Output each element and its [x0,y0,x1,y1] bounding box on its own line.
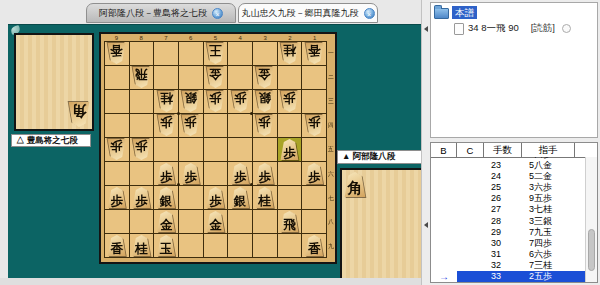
shogi-piece-sente-飛: 飛 [280,211,299,232]
tab-label: 丸山忠久九段－郷田真隆九段 [242,7,359,20]
board-cell: 飛 [130,66,154,89]
piece-kanji: 歩 [206,187,225,208]
move-text: 6六歩 [522,249,585,260]
column-header-filler [575,143,597,157]
move-number: 28 [484,216,522,227]
board-cell [228,42,252,65]
shogi-piece-sente-金: 金 [157,211,176,232]
rank-label: 九 [327,235,334,257]
board-cell [302,138,326,161]
shogi-piece-gote-歩: 歩 [305,115,324,136]
piece-kanji: 歩 [206,91,225,112]
board-cell [179,42,203,65]
piece-kanji: 歩 [181,115,200,136]
board-cell: 歩 [179,114,203,137]
move-row[interactable]: 269五歩 [431,193,585,204]
comment-cell [457,171,484,182]
board-cell: 歩 [179,162,203,185]
board-cell [278,66,302,89]
tab-bar: 阿部隆八段－豊島将之七段 × 丸山忠久九段－郷田真隆九段 × [0,0,421,24]
piece-kanji: 歩 [231,91,250,112]
board-cell [204,114,228,137]
tab-close-icon[interactable]: × [212,8,223,19]
right-panel: 本譜 34 8一飛 90 [読筋] BC手数指手 229四歩235八金245二金… [421,0,600,285]
shogi-piece-sente-金: 金 [206,211,225,232]
piece-kanji: 角 [68,102,90,127]
shogi-piece-gote-歩: 歩 [206,91,225,112]
board-cell [228,210,252,233]
shogi-piece-gote-桂: 桂 [280,43,299,64]
comment-cell [457,238,484,249]
board-cell [278,114,302,137]
document-icon [454,23,464,35]
comment-cell [457,182,484,193]
comment-cell [457,204,484,215]
shogi-piece-gote-王: 王 [206,43,225,64]
move-text: 5二金 [522,171,585,182]
piece-kanji: 飛 [132,67,151,88]
board-cell [130,114,154,137]
piece-kanji: 歩 [305,163,324,184]
comment-cell [457,193,484,204]
shogi-piece-sente-歩: 歩 [132,187,151,208]
bookmark-cell [431,249,457,260]
comment-cell [457,216,484,227]
board-cell: 銀 [253,90,277,113]
shogi-piece-sente-歩: 歩 [157,163,176,184]
move-number: 24 [484,171,522,182]
file-label: 7 [154,34,179,41]
move-number: 30 [484,238,522,249]
rank-label: 五 [327,139,334,161]
rank-label: 六 [327,163,334,185]
board-cell [253,210,277,233]
move-text: 5八金 [522,160,585,171]
file-label: 6 [178,34,203,41]
shogi-piece-gote-歩: 歩 [280,91,299,112]
piece-kanji: 歩 [305,115,324,136]
board-cell [204,162,228,185]
rank-label: 三 [327,90,334,112]
move-number: 33 [484,271,522,282]
board-cell [204,138,228,161]
move-row[interactable]: 297九玉 [431,227,585,238]
piece-kanji: 飛 [280,211,299,232]
move-text: 3六歩 [522,182,585,193]
shogi-piece-sente-歩: 歩 [181,163,200,184]
file-label: 8 [129,34,154,41]
piece-kanji: 桂 [280,43,299,64]
bookmark-cell [431,238,457,249]
board-cell [154,66,178,89]
file-label: 4 [228,34,253,41]
board-cell [105,90,129,113]
board-cell [228,234,252,257]
board-cell: 桂 [130,234,154,257]
board-cell: 歩 [204,90,228,113]
kifu-viewer-window: 阿部隆八段－豊島将之七段 × 丸山忠久九段－郷田真隆九段 × 角 △ 豊島将之七… [0,0,600,285]
shogi-piece-gote-銀: 銀 [255,91,274,112]
current-move-arrow-cell: → [431,271,457,282]
piece-kanji: 歩 [107,139,126,160]
piece-kanji: 香 [107,235,126,256]
gote-captured-stand: 角 [14,33,94,131]
piece-kanji: 歩 [280,91,299,112]
board-cell [253,42,277,65]
shogi-piece-sente-玉: 玉 [157,235,176,256]
move-number: 23 [484,160,522,171]
move-list-table: BC手数指手 229四歩235八金245二金253六歩269五歩273七桂283… [430,142,598,283]
move-text: 9五歩 [522,193,585,204]
piece-kanji: 歩 [132,187,151,208]
piece-kanji: 桂 [157,91,176,112]
piece-kanji: 歩 [280,139,299,160]
column-header-C: C [457,143,484,157]
shogi-piece-sente-歩: 歩 [231,163,250,184]
bookmark-cell [431,204,457,215]
move-row[interactable]: 253六歩 [431,182,585,193]
board-cell [228,114,252,137]
file-label: 2 [277,34,302,41]
shogi-piece-gote-金: 金 [255,67,274,88]
tree-root-row[interactable]: 本譜 [434,6,595,19]
bookmark-cell [431,160,457,171]
shogi-piece-sente-香: 香 [107,235,126,256]
board-cell-last-move: 歩 [278,138,302,161]
rank-label: 一 [327,42,334,64]
move-text: 7四歩 [522,238,585,249]
shogi-piece-gote-歩: 歩 [181,115,200,136]
shogi-piece-sente-歩: 歩 [107,187,126,208]
shogi-piece-sente-銀: 銀 [157,187,176,208]
bottom-strip [0,278,421,285]
variation-tree: 本譜 34 8一飛 90 [読筋] [430,2,598,138]
board-cell [278,234,302,257]
board-cell [154,138,178,161]
yomisuji-badge: [読筋] [531,22,555,35]
move-text: 3七桂 [522,204,585,215]
piece-kanji: 歩 [107,187,126,208]
shogi-piece-gote-銀: 銀 [181,91,200,112]
piece-kanji: 金 [255,67,274,88]
piece-kanji: 金 [206,67,225,88]
board-cell: 金 [204,210,228,233]
comment-cell [457,271,484,282]
sente-player-label: ▲ 阿部隆八段 [337,150,424,164]
move-number: 26 [484,193,522,204]
move-number: 31 [484,249,522,260]
board-cell [179,66,203,89]
board-cell [179,186,203,209]
move-row[interactable]: 273七桂 [431,204,585,215]
rank-coordinates: 一二三四五六七八九 [327,41,335,258]
board-cell: 桂 [278,42,302,65]
piece-kanji: 歩 [231,163,250,184]
board-cell: 銀 [228,186,252,209]
tab-maruyama-goda[interactable]: 丸山忠久九段－郷田真隆九段 × [238,3,378,23]
board-cell: 金 [253,66,277,89]
shogi-piece-sente-銀: 銀 [231,187,250,208]
board-cell [302,210,326,233]
shogi-piece-sente-香: 香 [305,235,324,256]
board-cell [253,138,277,161]
shogi-piece-gote-香: 香 [305,43,324,64]
board-cell: 金 [154,210,178,233]
move-text: 7三桂 [522,260,585,271]
piece-kanji: 桂 [255,187,274,208]
comment-cell [457,260,484,271]
board-cell: 歩 [105,186,129,209]
shogi-piece-gote-桂: 桂 [157,91,176,112]
piece-kanji: 歩 [255,115,274,136]
board-cell: 歩 [130,138,154,161]
move-row[interactable]: 245二金 [431,171,585,182]
shogi-piece-gote-金: 金 [206,67,225,88]
file-label: 1 [302,34,327,41]
bookmark-cell [431,193,457,204]
board-cell: 飛 [278,210,302,233]
board-cell [278,186,302,209]
hand-anchor: 角 [344,172,366,197]
board-cell [278,162,302,185]
tab-label: 阿部隆八段－豊島将之七段 [99,7,207,20]
bookmark-cell [431,171,457,182]
board-cell: 歩 [105,138,129,161]
rank-label: 四 [327,115,334,137]
comment-cell [457,249,484,260]
file-label: 3 [253,34,278,41]
move-list-body: 229四歩235八金245二金253六歩269五歩273七桂283三銀297九玉… [431,157,585,282]
board-cell [130,162,154,185]
rank-label: 七 [327,187,334,209]
move-number: 27 [484,204,522,215]
piece-kanji: 王 [206,43,225,64]
current-move-arrow-icon: → [439,271,449,282]
piece-kanji: 角 [344,172,366,197]
board-cell: 香 [302,42,326,65]
move-number: 25 [484,182,522,193]
board-grid: 香王桂香飛金金桂銀歩歩銀歩歩歩歩歩歩歩歩歩歩歩歩歩歩歩銀歩銀桂金金飛香桂玉香 [104,41,327,258]
hoshi-dot [177,112,180,115]
move-row[interactable]: 307四歩 [431,238,585,249]
piece-kanji: 香 [305,235,324,256]
board-cell [179,138,203,161]
board-cell [302,90,326,113]
board-cell: 歩 [228,162,252,185]
piece-kanji: 歩 [132,139,151,160]
board-cell: 歩 [302,162,326,185]
comment-cell [457,227,484,238]
shogi-piece-sente-歩: 歩 [280,139,299,160]
shogi-piece-sente-桂: 桂 [132,235,151,256]
board-cell: 銀 [154,186,178,209]
board-cell: 玉 [154,234,178,257]
move-list-scrollbar[interactable] [585,157,597,282]
board-cell [105,162,129,185]
board-cell [302,186,326,209]
board-cell: 桂 [253,186,277,209]
file-coordinates: 987654321 [104,34,327,41]
shogi-piece-sente-歩: 歩 [255,163,274,184]
comment-cell [457,160,484,171]
board-cell [130,90,154,113]
board-cell: 香 [105,42,129,65]
board-cell: 歩 [302,114,326,137]
piece-kanji: 香 [305,43,324,64]
move-number: 32 [484,260,522,271]
scrollbar-thumb[interactable] [588,229,595,271]
bookmark-cell [431,216,457,227]
shogi-piece-gote-歩: 歩 [132,139,151,160]
piece-kanji: 銀 [255,91,274,112]
board-cell: 歩 [154,114,178,137]
board-area: 角 △ 豊島将之七段 987654321 一二三四五六七八九 香王桂香飛金金桂銀… [8,24,421,279]
board-cell [130,42,154,65]
board-cell: 桂 [154,90,178,113]
shogi-piece-sente-歩: 歩 [305,163,324,184]
piece-kanji: 金 [206,211,225,232]
tab-close-icon[interactable]: × [364,8,375,19]
piece-kanji: 歩 [181,163,200,184]
board-cell: 歩 [204,186,228,209]
board-cell: 金 [204,66,228,89]
shogi-piece-gote-歩: 歩 [107,139,126,160]
piece-kanji: 金 [157,211,176,232]
shogi-piece-gote-歩: 歩 [157,115,176,136]
piece-kanji: 香 [107,43,126,64]
move-row[interactable]: 316六歩 [431,249,585,260]
shogi-piece-sente-歩: 歩 [206,187,225,208]
splitter-collapse-icon[interactable] [424,26,428,32]
file-label: 5 [203,34,228,41]
move-text: 7九玉 [522,227,585,238]
piece-kanji: 銀 [157,187,176,208]
shogi-board: 987654321 一二三四五六七八九 香王桂香飛金金桂銀歩歩銀歩歩歩歩歩歩歩歩… [99,32,337,264]
board-cell: 銀 [179,90,203,113]
board-cell [154,42,178,65]
board-cell: 歩 [278,90,302,113]
board-cell: 王 [204,42,228,65]
board-cell [204,234,228,257]
shogi-piece-sente-桂: 桂 [255,187,274,208]
board-cell: 歩 [253,162,277,185]
move-text: 2五歩 [522,271,585,282]
board-cell: 香 [302,234,326,257]
piece-kanji: 桂 [132,235,151,256]
bookmark-cell [431,260,457,271]
board-cell: 歩 [253,114,277,137]
shogi-piece-gote-歩: 歩 [231,91,250,112]
board-cell: 歩 [228,90,252,113]
status-circle-icon [562,24,571,33]
gote-player-label: △ 豊島将之七段 [11,134,91,147]
move-number: 29 [484,227,522,238]
tree-root-label[interactable]: 本譜 [452,6,477,19]
file-label: 9 [104,34,129,41]
board-cell [302,66,326,89]
column-header-B: B [431,143,457,157]
rank-label: 二 [327,66,334,88]
move-text: 3三銀 [522,216,585,227]
piece-kanji: 歩 [157,163,176,184]
board-cell [228,66,252,89]
board-cell: 歩 [130,186,154,209]
board-cell [228,138,252,161]
move-row[interactable]: →332五歩 [431,271,585,282]
splitter-collapse-icon[interactable] [424,222,428,228]
move-row[interactable]: 327三桂 [431,260,585,271]
column-header-手数: 手数 [484,143,522,157]
board-cell [105,114,129,137]
piece-kanji: 銀 [181,91,200,112]
board-cell: 香 [105,234,129,257]
bookmark-cell [431,227,457,238]
move-row[interactable]: 283三銀 [431,216,585,227]
piece-kanji: 銀 [231,187,250,208]
piece-kanji: 玉 [157,235,176,256]
piece-kanji: 歩 [255,163,274,184]
board-cell [253,234,277,257]
board-cell [179,234,203,257]
rank-label: 八 [327,211,334,233]
board-cell [105,210,129,233]
move-list-header: BC手数指手 [431,143,597,158]
shogi-piece-gote-歩: 歩 [255,115,274,136]
hand-anchor: 角 [68,102,90,127]
tree-node-row[interactable]: 34 8一飛 90 [読筋] [454,22,595,35]
tab-abe-toyoshima[interactable]: 阿部隆八段－豊島将之七段 × [86,3,236,23]
bookmark-cell [431,182,457,193]
board-cell: 歩 [154,162,178,185]
shogi-piece-gote-飛: 飛 [132,67,151,88]
shogi-piece-sente-角: 角 [344,172,366,197]
tree-node-label: 34 8一飛 90 [468,22,519,35]
board-cell [130,210,154,233]
folder-icon [434,8,449,19]
board-cell [105,66,129,89]
board-cell [179,210,203,233]
shogi-piece-gote-香: 香 [107,43,126,64]
sente-captured-stand: 角 [340,168,426,283]
move-row[interactable]: 235八金 [431,160,585,171]
column-header-指手: 指手 [522,143,575,157]
piece-kanji: 歩 [157,115,176,136]
shogi-piece-gote-角: 角 [68,102,90,127]
